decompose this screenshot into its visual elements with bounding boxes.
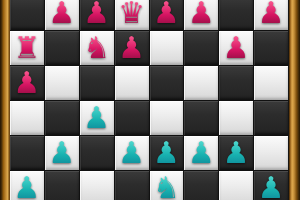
square-d7[interactable]: ♛ [115,0,149,30]
piece-teal-pawn-e3[interactable]: ♟ [153,136,180,170]
piece-teal-pawn-c4[interactable]: ♟ [83,101,110,135]
square-d6[interactable]: ♟ [115,31,149,65]
piece-teal-pawn-h2[interactable]: ♟ [258,171,285,200]
square-e7[interactable]: ♟ [150,0,184,30]
square-e3[interactable]: ♟ [150,136,184,170]
square-b7[interactable]: ♟ [45,0,79,30]
square-g4[interactable] [219,101,253,135]
square-e6[interactable] [150,31,184,65]
square-g5[interactable] [219,66,253,100]
square-g7[interactable] [219,0,253,30]
chessboard: ♟♟♛♟♟♟♜♞♟♟♟♟♟♟♟♟♟♟♞♟ [10,0,288,200]
piece-pink-knight-c6[interactable]: ♞ [83,31,110,65]
square-h3[interactable] [254,136,288,170]
piece-pink-pawn-d6[interactable]: ♟ [118,31,145,65]
square-f6[interactable] [184,31,218,65]
square-h7[interactable]: ♟ [254,0,288,30]
board-frame-left [0,0,10,200]
square-f2[interactable] [184,171,218,200]
square-e4[interactable] [150,101,184,135]
piece-pink-pawn-b7[interactable]: ♟ [48,0,75,30]
square-d3[interactable]: ♟ [115,136,149,170]
square-g2[interactable] [219,171,253,200]
square-c5[interactable] [80,66,114,100]
piece-teal-pawn-d3[interactable]: ♟ [118,136,145,170]
square-h4[interactable] [254,101,288,135]
square-c7[interactable]: ♟ [80,0,114,30]
square-d4[interactable] [115,101,149,135]
square-f4[interactable] [184,101,218,135]
square-c6[interactable]: ♞ [80,31,114,65]
square-f5[interactable] [184,66,218,100]
piece-pink-pawn-f7[interactable]: ♟ [188,0,215,30]
piece-teal-pawn-a2[interactable]: ♟ [13,171,40,200]
piece-pink-rook-a6[interactable]: ♜ [13,31,40,65]
chess-app-window: ♟♟♛♟♟♟♜♞♟♟♟♟♟♟♟♟♟♟♞♟ [0,0,300,200]
piece-pink-pawn-g6[interactable]: ♟ [223,31,250,65]
square-e5[interactable] [150,66,184,100]
piece-teal-pawn-b3[interactable]: ♟ [48,136,75,170]
piece-pink-queen-d7[interactable]: ♛ [118,0,145,30]
square-a5[interactable]: ♟ [10,66,44,100]
square-b3[interactable]: ♟ [45,136,79,170]
square-a2[interactable]: ♟ [10,171,44,200]
square-d5[interactable] [115,66,149,100]
piece-pink-pawn-c7[interactable]: ♟ [83,0,110,30]
square-b6[interactable] [45,31,79,65]
square-g3[interactable]: ♟ [219,136,253,170]
square-h5[interactable] [254,66,288,100]
square-e2[interactable]: ♞ [150,171,184,200]
square-b2[interactable] [45,171,79,200]
square-g6[interactable]: ♟ [219,31,253,65]
square-a6[interactable]: ♜ [10,31,44,65]
piece-pink-pawn-h7[interactable]: ♟ [258,0,285,30]
square-b4[interactable] [45,101,79,135]
piece-teal-pawn-g3[interactable]: ♟ [223,136,250,170]
square-f7[interactable]: ♟ [184,0,218,30]
square-c3[interactable] [80,136,114,170]
square-a7[interactable] [10,0,44,30]
piece-teal-knight-e2[interactable]: ♞ [153,171,180,200]
square-c4[interactable]: ♟ [80,101,114,135]
square-h2[interactable]: ♟ [254,171,288,200]
piece-pink-pawn-e7[interactable]: ♟ [153,0,180,30]
square-c2[interactable] [80,171,114,200]
square-a4[interactable] [10,101,44,135]
piece-pink-pawn-a5[interactable]: ♟ [13,66,40,100]
square-b5[interactable] [45,66,79,100]
square-f3[interactable]: ♟ [184,136,218,170]
square-a3[interactable] [10,136,44,170]
piece-teal-pawn-f3[interactable]: ♟ [188,136,215,170]
square-d2[interactable] [115,171,149,200]
board-frame-right [289,0,300,200]
square-h6[interactable] [254,31,288,65]
